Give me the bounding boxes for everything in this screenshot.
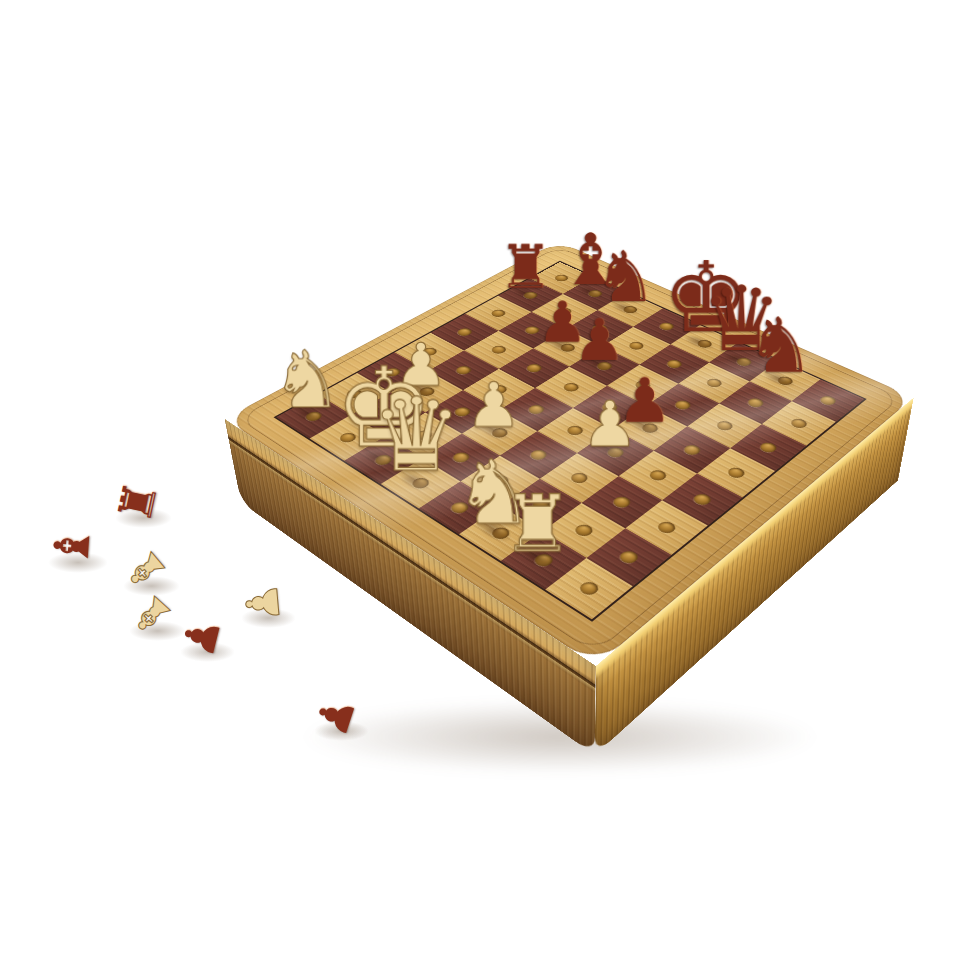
board-top-surface: ♝♞♚♛♞♜♟♟♟♟♟♟♞♚♛♞♜ <box>224 241 913 666</box>
peg-hole <box>610 494 633 509</box>
white-pawn-d3[interactable]: ♟ <box>453 374 535 436</box>
peg-hole <box>817 394 838 406</box>
black-knight-c8[interactable]: ♞ <box>590 242 662 312</box>
peg-hole <box>745 396 766 408</box>
peg-hole <box>489 308 508 318</box>
travel-chess-box: ♝♞♚♛♞♜♟♟♟♟♟♟♞♚♛♞♜ <box>224 241 913 666</box>
black-pawn-d6[interactable]: ♟ <box>561 311 638 369</box>
square-g1[interactable]: ♜ <box>501 531 586 589</box>
white-pawn-captured: ♟ <box>239 581 286 624</box>
white-pawn-f4[interactable]: ♟ <box>568 392 652 455</box>
peg-hole <box>655 519 679 535</box>
peg-hole <box>704 377 725 389</box>
white-rook-g1[interactable]: ♜ <box>491 485 584 564</box>
peg-hole <box>714 419 735 432</box>
peg-hole <box>617 548 641 565</box>
peg-hole <box>788 417 809 430</box>
peg-hole <box>691 491 714 506</box>
peg-hole <box>489 344 509 355</box>
peg-hole <box>524 362 544 373</box>
peg-hole <box>576 579 601 597</box>
peg-hole <box>681 443 703 457</box>
white-queen-d1[interactable]: ♛ <box>371 385 458 487</box>
black-bishop-captured: ♝ <box>46 523 97 569</box>
product-photo-stage: ♝♞♚♛♞♜♟♟♟♟♟♟♞♚♛♞♜ ♜♝♝♝♟♟♟ <box>0 0 960 960</box>
peg-hole <box>561 381 582 393</box>
peg-hole <box>757 440 779 454</box>
peg-hole <box>647 468 670 482</box>
peg-hole <box>725 465 748 479</box>
chess-box-scene: ♝♞♚♛♞♜♟♟♟♟♟♟♞♚♛♞♜ <box>0 0 960 960</box>
black-knight-g8[interactable]: ♞ <box>742 307 820 383</box>
